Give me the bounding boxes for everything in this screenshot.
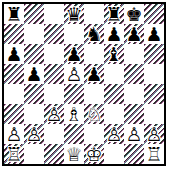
square-f5[interactable] (104, 64, 124, 84)
white-pawn-f2: ♙ (104, 124, 124, 144)
black-pawn-d6: ♟ (64, 44, 84, 64)
black-bishop-f6: ♝ (104, 44, 124, 64)
square-c4[interactable] (44, 84, 64, 104)
square-g3[interactable] (124, 104, 144, 124)
square-e5[interactable]: ♟ (84, 64, 104, 84)
square-c2[interactable] (44, 124, 64, 144)
square-f3[interactable] (104, 104, 124, 124)
square-h7[interactable]: ♟ (144, 24, 164, 44)
square-h6[interactable] (144, 44, 164, 64)
square-a5[interactable] (4, 64, 24, 84)
white-knight-e3: ♘ (84, 104, 104, 124)
square-c7[interactable] (44, 24, 64, 44)
chess-diagram-page: ♜♛♜♚♞♟♟♟♟♟♝♟♙♟♙♗♘♙♙♙♙♙♖♕♔♖ (0, 0, 170, 171)
white-pawn-d5: ♙ (64, 64, 84, 84)
square-e6[interactable] (84, 44, 104, 64)
square-b4[interactable] (24, 84, 44, 104)
square-g2[interactable]: ♙ (124, 124, 144, 144)
white-pawn-c3: ♙ (44, 104, 64, 124)
white-bishop-d3: ♗ (64, 104, 84, 124)
square-h8[interactable] (144, 4, 164, 24)
chess-board-frame: ♜♛♜♚♞♟♟♟♟♟♝♟♙♟♙♗♘♙♙♙♙♙♖♕♔♖ (2, 2, 166, 166)
black-rook-f8: ♜ (104, 4, 124, 24)
square-b7[interactable] (24, 24, 44, 44)
square-a4[interactable] (4, 84, 24, 104)
square-e2[interactable] (84, 124, 104, 144)
square-h5[interactable] (144, 64, 164, 84)
square-d7[interactable] (64, 24, 84, 44)
square-h1[interactable]: ♖ (144, 144, 164, 164)
white-king-e1: ♔ (84, 144, 104, 164)
square-d2[interactable] (64, 124, 84, 144)
square-d5[interactable]: ♙ (64, 64, 84, 84)
white-pawn-b2: ♙ (24, 124, 44, 144)
chess-board: ♜♛♜♚♞♟♟♟♟♟♝♟♙♟♙♗♘♙♙♙♙♙♖♕♔♖ (4, 4, 164, 164)
white-pawn-g2: ♙ (124, 124, 144, 144)
square-b5[interactable]: ♟ (24, 64, 44, 84)
square-b1[interactable] (24, 144, 44, 164)
black-rook-a8: ♜ (4, 4, 24, 24)
square-d3[interactable]: ♗ (64, 104, 84, 124)
black-king-g8: ♚ (124, 4, 144, 24)
square-h4[interactable] (144, 84, 164, 104)
square-a1[interactable]: ♖ (4, 144, 24, 164)
square-e4[interactable] (84, 84, 104, 104)
square-f4[interactable] (104, 84, 124, 104)
square-g7[interactable]: ♟ (124, 24, 144, 44)
white-pawn-a2: ♙ (4, 124, 24, 144)
square-g1[interactable] (124, 144, 144, 164)
square-e7[interactable]: ♞ (84, 24, 104, 44)
square-f1[interactable] (104, 144, 124, 164)
square-g6[interactable] (124, 44, 144, 64)
square-g5[interactable] (124, 64, 144, 84)
square-d6[interactable]: ♟ (64, 44, 84, 64)
square-c8[interactable] (44, 4, 64, 24)
square-b2[interactable]: ♙ (24, 124, 44, 144)
square-b8[interactable] (24, 4, 44, 24)
square-f6[interactable]: ♝ (104, 44, 124, 64)
square-c1[interactable] (44, 144, 64, 164)
square-a3[interactable] (4, 104, 24, 124)
black-pawn-g7: ♟ (124, 24, 144, 44)
square-g4[interactable] (124, 84, 144, 104)
square-a8[interactable]: ♜ (4, 4, 24, 24)
square-b3[interactable] (24, 104, 44, 124)
black-pawn-a6: ♟ (4, 44, 24, 64)
square-e8[interactable] (84, 4, 104, 24)
square-f7[interactable]: ♟ (104, 24, 124, 44)
white-rook-h1: ♖ (144, 144, 164, 164)
white-pawn-h2: ♙ (144, 124, 164, 144)
square-f8[interactable]: ♜ (104, 4, 124, 24)
black-pawn-h7: ♟ (144, 24, 164, 44)
square-b6[interactable] (24, 44, 44, 64)
square-a2[interactable]: ♙ (4, 124, 24, 144)
white-rook-a1: ♖ (4, 144, 24, 164)
square-d1[interactable]: ♕ (64, 144, 84, 164)
square-h3[interactable] (144, 104, 164, 124)
square-a7[interactable] (4, 24, 24, 44)
square-e1[interactable]: ♔ (84, 144, 104, 164)
square-c6[interactable] (44, 44, 64, 64)
square-f2[interactable]: ♙ (104, 124, 124, 144)
black-pawn-b5: ♟ (24, 64, 44, 84)
white-queen-d1: ♕ (64, 144, 84, 164)
black-knight-e7: ♞ (84, 24, 104, 44)
square-d4[interactable] (64, 84, 84, 104)
square-h2[interactable]: ♙ (144, 124, 164, 144)
square-g8[interactable]: ♚ (124, 4, 144, 24)
square-e3[interactable]: ♘ (84, 104, 104, 124)
black-pawn-f7: ♟ (104, 24, 124, 44)
square-c3[interactable]: ♙ (44, 104, 64, 124)
black-pawn-e5: ♟ (84, 64, 104, 84)
black-queen-d8: ♛ (64, 4, 84, 24)
square-c5[interactable] (44, 64, 64, 84)
square-d8[interactable]: ♛ (64, 4, 84, 24)
square-a6[interactable]: ♟ (4, 44, 24, 64)
